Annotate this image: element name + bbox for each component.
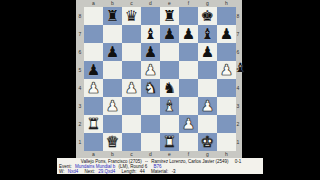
- file-label-e: e: [160, 151, 179, 158]
- white-pawn-piece: ♟: [144, 61, 157, 79]
- square-a6[interactable]: [84, 43, 103, 61]
- square-f1[interactable]: [179, 133, 198, 151]
- file-label-e: e: [160, 0, 179, 7]
- square-c5[interactable]: [122, 61, 141, 79]
- black-pawn-piece: ♟: [182, 25, 195, 43]
- square-f5[interactable]: [179, 61, 198, 79]
- black-bishop-piece: ♝: [144, 25, 157, 43]
- square-d7[interactable]: ♝: [141, 25, 160, 43]
- square-e5[interactable]: [160, 61, 179, 79]
- square-d1[interactable]: [141, 133, 160, 151]
- rank-label-6: 6: [234, 43, 242, 61]
- square-g4[interactable]: [198, 79, 217, 97]
- square-d8[interactable]: [141, 7, 160, 25]
- square-d2[interactable]: [141, 115, 160, 133]
- square-c1[interactable]: [122, 133, 141, 151]
- white-pawn-piece: ♟: [106, 97, 119, 115]
- captured-black-bishop-icon: ♝: [233, 60, 247, 76]
- square-c8[interactable]: ♛: [122, 7, 141, 25]
- black-pawn-piece: ♟: [87, 61, 100, 79]
- file-label-f: f: [179, 151, 198, 158]
- square-f3[interactable]: [179, 97, 198, 115]
- square-b5[interactable]: [103, 61, 122, 79]
- square-e7[interactable]: ♟: [160, 25, 179, 43]
- next-label: Next:: [84, 169, 95, 174]
- square-a3[interactable]: [84, 97, 103, 115]
- square-f2[interactable]: ♟: [179, 115, 198, 133]
- game-result: 0-1: [235, 159, 242, 164]
- length-label: Length:: [122, 169, 137, 174]
- square-c4[interactable]: ♟: [122, 79, 141, 97]
- black-pawn-piece: ♟: [220, 25, 233, 43]
- square-a8[interactable]: [84, 7, 103, 25]
- rank-labels-left: 87654321: [76, 7, 84, 151]
- square-b6[interactable]: ♟: [103, 43, 122, 61]
- square-e2[interactable]: [160, 115, 179, 133]
- file-label-b: b: [103, 0, 122, 7]
- file-label-d: d: [141, 0, 160, 7]
- file-label-b: b: [103, 151, 122, 158]
- square-b3[interactable]: ♟: [103, 97, 122, 115]
- file-label-g: g: [198, 151, 217, 158]
- black-king-piece: ♚: [201, 7, 214, 25]
- white-pawn-piece: ♟: [87, 79, 100, 97]
- white-king-piece: ♚: [201, 133, 214, 151]
- file-label-c: c: [122, 151, 141, 158]
- square-e8[interactable]: ♜: [160, 7, 179, 25]
- black-player-name: Ramirez Lorenzo, Carlos Javier (2549): [151, 159, 228, 164]
- square-a5[interactable]: ♟: [84, 61, 103, 79]
- square-b2[interactable]: [103, 115, 122, 133]
- rank-label-7: 7: [76, 25, 84, 43]
- file-label-d: d: [141, 151, 160, 158]
- square-c3[interactable]: [122, 97, 141, 115]
- rank-label-2: 2: [76, 115, 84, 133]
- rank-label-8: 8: [76, 7, 84, 25]
- square-d3[interactable]: [141, 97, 160, 115]
- material-label: Material:: [151, 169, 168, 174]
- white-pawn-piece: ♟: [201, 97, 214, 115]
- rank-labels-right: 87654321: [234, 7, 242, 151]
- black-pawn-piece: ♟: [144, 43, 157, 61]
- side-label: W:: [59, 169, 64, 174]
- black-queen-piece: ♛: [125, 7, 138, 25]
- rank-label-7: 7: [234, 25, 242, 43]
- file-label-a: a: [84, 0, 103, 7]
- rank-label-3: 3: [76, 97, 84, 115]
- rank-label-3: 3: [234, 97, 242, 115]
- rank-label-1: 1: [76, 133, 84, 151]
- white-rook-piece: ♜: [163, 133, 176, 151]
- rank-label-1: 1: [234, 133, 242, 151]
- square-d5[interactable]: ♟: [141, 61, 160, 79]
- black-knight-piece: ♞: [163, 79, 176, 97]
- square-g7[interactable]: ♝: [198, 25, 217, 43]
- square-c6[interactable]: [122, 43, 141, 61]
- rank-label-4: 4: [234, 79, 242, 97]
- square-f6[interactable]: [179, 43, 198, 61]
- black-rook-piece: ♜: [163, 7, 176, 25]
- rank-label-2: 2: [234, 115, 242, 133]
- black-pawn-piece: ♟: [201, 43, 214, 61]
- file-label-h: h: [217, 0, 236, 7]
- white-queen-piece: ♛: [106, 133, 119, 151]
- file-labels-top: abcdefgh: [84, 0, 236, 7]
- square-g8[interactable]: ♚: [198, 7, 217, 25]
- rank-label-5: 5: [76, 61, 84, 79]
- square-b7[interactable]: [103, 25, 122, 43]
- file-label-h: h: [217, 151, 236, 158]
- square-d6[interactable]: ♟: [141, 43, 160, 61]
- square-e6[interactable]: [160, 43, 179, 61]
- caption-panel: Vallejo Pons, Francisco (2705) -- Ramire…: [57, 158, 263, 174]
- rank-label-6: 6: [76, 43, 84, 61]
- length-value: 44: [140, 169, 145, 174]
- board-frame: abcdefgh 87654321 ♜♛♜♚♝♟♟♝♟♟♟♟♟♟♟♟♟♞♞♟♝♟…: [76, 0, 242, 158]
- white-bishop-piece: ♝: [163, 97, 176, 115]
- status-line: W: Nxd4 Next: 29.Qxd4 Length: 44 Materia…: [57, 169, 263, 174]
- last-move: Nxd4: [68, 169, 79, 174]
- square-g6[interactable]: ♟: [198, 43, 217, 61]
- square-e4[interactable]: ♞: [160, 79, 179, 97]
- square-c2[interactable]: [122, 115, 141, 133]
- square-a7[interactable]: [84, 25, 103, 43]
- square-g3[interactable]: ♟: [198, 97, 217, 115]
- material-value: -3: [172, 169, 176, 174]
- square-a1[interactable]: [84, 133, 103, 151]
- file-labels-bottom: abcdefgh: [84, 151, 236, 158]
- square-g2[interactable]: [198, 115, 217, 133]
- white-rook-piece: ♜: [87, 115, 100, 133]
- square-a4[interactable]: ♟: [84, 79, 103, 97]
- square-e1[interactable]: ♜: [160, 133, 179, 151]
- white-pawn-piece: ♟: [182, 115, 195, 133]
- square-g5[interactable]: [198, 61, 217, 79]
- file-label-g: g: [198, 0, 217, 7]
- square-f7[interactable]: ♟: [179, 25, 198, 43]
- white-pawn-piece: ♟: [220, 61, 233, 79]
- black-bishop-piece: ♝: [201, 25, 214, 43]
- square-e3[interactable]: ♝: [160, 97, 179, 115]
- square-d4[interactable]: ♞: [141, 79, 160, 97]
- square-b1[interactable]: ♛: [103, 133, 122, 151]
- board-grid: ♜♛♜♚♝♟♟♝♟♟♟♟♟♟♟♟♟♞♞♟♝♟♜♟♛♜♚: [84, 7, 236, 151]
- file-label-f: f: [179, 0, 198, 7]
- square-f4[interactable]: [179, 79, 198, 97]
- square-a2[interactable]: ♜: [84, 115, 103, 133]
- white-pawn-piece: ♟: [125, 79, 138, 97]
- square-b8[interactable]: ♜: [103, 7, 122, 25]
- rank-label-4: 4: [76, 79, 84, 97]
- square-b4[interactable]: [103, 79, 122, 97]
- black-pawn-piece: ♟: [163, 25, 176, 43]
- square-f8[interactable]: [179, 7, 198, 25]
- file-label-a: a: [84, 151, 103, 158]
- square-c7[interactable]: [122, 25, 141, 43]
- next-move: 29.Qxd4: [98, 169, 115, 174]
- rank-label-8: 8: [234, 7, 242, 25]
- black-rook-piece: ♜: [106, 7, 119, 25]
- file-label-c: c: [122, 0, 141, 7]
- white-knight-piece: ♞: [144, 79, 157, 97]
- square-g1[interactable]: ♚: [198, 133, 217, 151]
- black-pawn-piece: ♟: [106, 43, 119, 61]
